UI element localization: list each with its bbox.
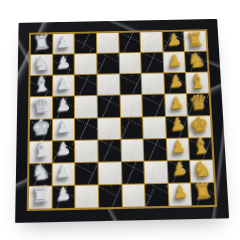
square-h7[interactable]: ♟: [168, 183, 191, 206]
square-f2[interactable]: ♟: [52, 140, 74, 162]
square-a7[interactable]: ♟: [162, 32, 184, 52]
silver-pawn[interactable]: ♟: [56, 141, 72, 159]
gold-pawn[interactable]: ♟: [169, 117, 185, 134]
square-d3[interactable]: [75, 96, 97, 117]
product-photo: ♜♟♟♜♞♟♟♞♝♟♟♝♛♟♟♛♚♟♟♚♝♟♟♝♞♟♟♞♜♟♟♜: [0, 0, 240, 240]
square-c2[interactable]: ♟: [53, 75, 74, 96]
silver-pawn[interactable]: ♟: [55, 186, 71, 204]
square-a2[interactable]: ♟: [53, 34, 74, 54]
square-h1[interactable]: ♜: [29, 186, 51, 209]
silver-bishop[interactable]: ♝: [31, 139, 51, 161]
silver-pawn[interactable]: ♟: [56, 55, 71, 72]
square-e3[interactable]: [75, 118, 97, 139]
chess-board-frame: ♜♟♟♜♞♟♟♞♝♟♟♝♛♟♟♛♚♟♟♚♝♟♟♝♞♟♟♞♜♟♟♜: [15, 19, 229, 223]
gold-king[interactable]: ♚: [189, 114, 210, 136]
square-b7[interactable]: ♟: [163, 52, 185, 72]
square-b2[interactable]: ♟: [53, 54, 74, 74]
silver-rook[interactable]: ♜: [32, 32, 51, 52]
gold-pawn[interactable]: ♟: [166, 53, 182, 70]
chess-board: ♜♟♟♜♞♟♟♞♝♟♟♝♛♟♟♛♚♟♟♚♝♟♟♝♞♟♟♞♜♟♟♜: [27, 29, 217, 211]
gold-rook[interactable]: ♜: [193, 181, 214, 204]
gold-rook[interactable]: ♜: [185, 29, 205, 49]
square-c6[interactable]: [142, 74, 164, 95]
square-h4[interactable]: [99, 185, 122, 208]
square-g5[interactable]: [121, 161, 144, 183]
square-a3[interactable]: [75, 33, 96, 53]
board-perspective-wrapper: ♜♟♟♜♞♟♟♞♝♟♟♝♛♟♟♛♚♟♟♚♝♟♟♝♞♟♟♞♜♟♟♜: [15, 19, 229, 223]
square-d6[interactable]: [142, 95, 164, 116]
silver-pawn[interactable]: ♟: [55, 163, 71, 181]
square-g6[interactable]: [144, 161, 167, 183]
square-e4[interactable]: [98, 118, 120, 139]
silver-knight[interactable]: ♞: [32, 53, 51, 74]
gold-pawn[interactable]: ♟: [170, 139, 186, 157]
silver-queen[interactable]: ♛: [31, 95, 50, 116]
gold-pawn[interactable]: ♟: [168, 95, 184, 112]
silver-rook[interactable]: ♜: [30, 184, 50, 207]
square-e2[interactable]: ♟: [53, 118, 75, 140]
silver-knight[interactable]: ♞: [30, 161, 50, 183]
silver-pawn[interactable]: ♟: [56, 119, 72, 136]
square-h3[interactable]: [76, 185, 98, 208]
silver-king[interactable]: ♚: [31, 117, 51, 139]
gold-pawn[interactable]: ♟: [171, 161, 188, 179]
square-a5[interactable]: [119, 32, 141, 52]
square-b6[interactable]: [141, 53, 163, 73]
square-d5[interactable]: [120, 95, 142, 116]
square-e6[interactable]: [143, 117, 165, 138]
square-e7[interactable]: ♟: [166, 116, 189, 137]
square-c3[interactable]: [75, 75, 97, 96]
square-c4[interactable]: [97, 75, 119, 96]
square-e5[interactable]: [121, 117, 143, 138]
gold-pawn[interactable]: ♟: [171, 184, 188, 202]
square-a6[interactable]: [141, 32, 163, 52]
square-h6[interactable]: [145, 184, 168, 207]
square-h2[interactable]: ♟: [52, 186, 74, 209]
silver-pawn[interactable]: ♟: [56, 97, 72, 114]
gold-pawn[interactable]: ♟: [167, 74, 183, 91]
square-f5[interactable]: [121, 139, 143, 161]
square-f7[interactable]: ♟: [167, 138, 190, 160]
gold-pawn[interactable]: ♟: [165, 32, 181, 48]
square-g4[interactable]: [98, 162, 120, 184]
gold-knight[interactable]: ♞: [191, 158, 212, 180]
square-f4[interactable]: [98, 140, 120, 162]
square-h8[interactable]: ♜: [192, 183, 215, 206]
square-d2[interactable]: ♟: [53, 97, 75, 118]
silver-pawn[interactable]: ♟: [56, 34, 71, 50]
square-d7[interactable]: ♟: [165, 94, 187, 115]
square-g7[interactable]: ♟: [167, 160, 190, 182]
square-d4[interactable]: [98, 96, 120, 117]
silver-bishop[interactable]: ♝: [31, 74, 50, 95]
square-a4[interactable]: [97, 33, 118, 53]
square-b3[interactable]: [75, 54, 96, 74]
square-b5[interactable]: [119, 53, 141, 73]
square-g2[interactable]: ♟: [52, 163, 74, 185]
square-b4[interactable]: [97, 54, 119, 74]
square-c7[interactable]: ♟: [164, 73, 186, 94]
square-f6[interactable]: [144, 139, 167, 161]
gold-knight[interactable]: ♞: [186, 50, 206, 71]
square-h5[interactable]: [122, 184, 145, 207]
square-c5[interactable]: [120, 74, 142, 95]
gold-bishop[interactable]: ♝: [190, 136, 211, 158]
square-g3[interactable]: [75, 162, 97, 184]
gold-bishop[interactable]: ♝: [187, 71, 207, 92]
silver-pawn[interactable]: ♟: [56, 76, 71, 93]
square-f3[interactable]: [75, 140, 97, 162]
gold-queen[interactable]: ♛: [188, 92, 208, 113]
